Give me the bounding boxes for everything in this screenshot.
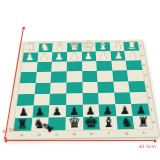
- square-b5[interactable]: [34, 82, 51, 93]
- piece-white-pawn[interactable]: ♟: [40, 52, 49, 62]
- dimension-label-bottom: 42.5cm: [139, 145, 156, 150]
- piece-black-queen[interactable]: ♛: [67, 115, 80, 130]
- square-b4[interactable]: [35, 72, 51, 83]
- rank-label-6: 6: [146, 92, 152, 104]
- square-g6[interactable]: [114, 92, 131, 104]
- piece-white-pawn[interactable]: ♟: [114, 51, 123, 61]
- square-h3[interactable]: [126, 60, 142, 70]
- board-grid: ♜♞♝♛♚♝♞♜♟♟♟♟♟♟♟♟♟♟♟♟♟♟♟♟♜♞♝♛♚♝♞♜: [14, 42, 152, 131]
- square-g8[interactable]: ♞: [116, 116, 134, 129]
- roll-up-mat: ♜♞♝♛♚♝♞♜♟♟♟♟♟♟♟♟♟♟♟♟♟♟♟♟♜♞♝♛♚♝♞♜ abcdefg…: [7, 40, 159, 139]
- square-h6[interactable]: [130, 92, 148, 104]
- piece-white-pawn[interactable]: ♟: [25, 53, 34, 63]
- square-c3[interactable]: [51, 62, 66, 72]
- square-g4[interactable]: [112, 71, 128, 82]
- square-e3[interactable]: [82, 61, 97, 71]
- square-d3[interactable]: [67, 61, 82, 71]
- square-b6[interactable]: [33, 93, 50, 105]
- file-label-d: d: [65, 131, 83, 136]
- square-d6[interactable]: [66, 93, 82, 105]
- square-c7[interactable]: ♟: [49, 105, 66, 118]
- square-e6[interactable]: [82, 93, 99, 105]
- file-label-b: b: [30, 132, 48, 137]
- piece-black-king[interactable]: ♚: [84, 114, 98, 130]
- square-c8[interactable]: ♝: [48, 117, 66, 130]
- square-h8[interactable]: ♜: [133, 116, 152, 129]
- square-c5[interactable]: [50, 82, 66, 93]
- piece-black-bishop[interactable]: ♝: [102, 115, 115, 129]
- square-d5[interactable]: [66, 82, 82, 93]
- square-d4[interactable]: [66, 71, 82, 82]
- rank-label-7: 7: [148, 103, 154, 115]
- piece-white-pawn[interactable]: ♟: [85, 52, 94, 62]
- square-f2[interactable]: ♟: [96, 51, 111, 61]
- square-d2[interactable]: ♟: [67, 52, 82, 62]
- square-a6[interactable]: [17, 94, 34, 106]
- chessboard: ♜♞♝♛♚♝♞♜♟♟♟♟♟♟♟♟♟♟♟♟♟♟♟♟♜♞♝♛♚♝♞♜ abcdefg…: [7, 40, 159, 139]
- square-b3[interactable]: [36, 62, 52, 72]
- square-e5[interactable]: [82, 82, 98, 93]
- rank-label-8: 8: [150, 116, 157, 129]
- piece-white-pawn[interactable]: ♟: [70, 52, 79, 62]
- rank-label-2: 2: [140, 51, 145, 61]
- square-a5[interactable]: [18, 83, 35, 94]
- square-f8[interactable]: ♝: [99, 116, 117, 129]
- file-label-g: g: [118, 131, 136, 136]
- file-label-a: a: [13, 132, 31, 137]
- piece-white-pawn[interactable]: ♟: [99, 51, 108, 61]
- piece-white-pawn[interactable]: ♟: [55, 52, 64, 62]
- rank-label-1: 1: [138, 42, 143, 51]
- square-f6[interactable]: [98, 92, 115, 104]
- piece-black-pawn[interactable]: ♟: [52, 106, 62, 117]
- square-f3[interactable]: [96, 61, 112, 71]
- square-c4[interactable]: [51, 72, 67, 83]
- square-g2[interactable]: ♟: [110, 51, 126, 61]
- file-label-c: c: [48, 132, 66, 137]
- square-a3[interactable]: [21, 62, 37, 72]
- square-c2[interactable]: ♟: [52, 52, 67, 62]
- square-a4[interactable]: [20, 72, 37, 83]
- product-photo: ♜♞♝♛♚♝♞♜♟♟♟♟♟♟♟♟♟♟♟♟♟♟♟♟♜♞♝♛♚♝♞♜ abcdefg…: [0, 0, 160, 160]
- rank-label-3: 3: [141, 60, 147, 70]
- square-h4[interactable]: [127, 70, 144, 81]
- file-label-e: e: [83, 131, 101, 136]
- square-h2[interactable]: ♟: [125, 51, 141, 61]
- square-g5[interactable]: [113, 81, 130, 92]
- square-h5[interactable]: [129, 81, 146, 92]
- square-g3[interactable]: [111, 61, 127, 71]
- piece-black-rook[interactable]: ♜: [137, 116, 149, 129]
- square-a2[interactable]: ♟: [22, 53, 38, 63]
- square-e8[interactable]: ♚: [83, 117, 101, 130]
- file-labels: abcdefgh: [13, 130, 153, 137]
- square-f5[interactable]: [98, 81, 115, 92]
- square-e2[interactable]: ♟: [81, 52, 96, 62]
- square-e4[interactable]: [82, 71, 98, 82]
- piece-white-pawn[interactable]: ♟: [129, 51, 138, 61]
- file-label-f: f: [100, 131, 118, 136]
- file-label-h: h: [135, 130, 153, 135]
- square-d8[interactable]: ♛: [65, 117, 82, 130]
- square-f4[interactable]: [97, 71, 113, 82]
- square-c6[interactable]: [50, 93, 67, 105]
- dimension-line-bottom: [5, 140, 156, 141]
- piece-black-knight[interactable]: ♞: [120, 116, 132, 129]
- square-b2[interactable]: ♟: [37, 52, 52, 62]
